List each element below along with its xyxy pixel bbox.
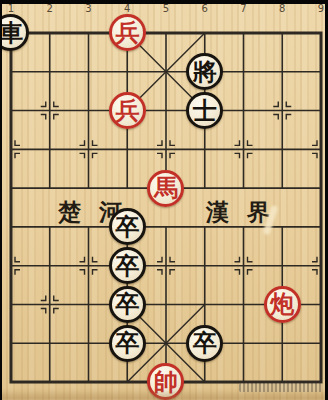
red-cannon-piece[interactable]: 炮 bbox=[264, 286, 301, 323]
watermark bbox=[239, 383, 323, 392]
black-soldier-piece[interactable]: 卒 bbox=[109, 325, 146, 362]
file-label-7: 7 bbox=[240, 3, 246, 14]
black-soldier-piece[interactable]: 卒 bbox=[186, 325, 223, 362]
black-soldier-piece[interactable]: 卒 bbox=[109, 286, 146, 323]
file-label-6: 6 bbox=[202, 3, 208, 14]
file-label-9: 9 bbox=[318, 3, 324, 14]
xiangqi-board: 123456789 楚 河 漢 界 車兵將兵士馬卒卒卒炮卒卒帥 bbox=[0, 0, 328, 400]
black-general-piece[interactable]: 將 bbox=[186, 53, 223, 90]
left-border-bar bbox=[0, 0, 2, 400]
black-advisor-piece[interactable]: 士 bbox=[186, 92, 223, 129]
red-soldier-piece[interactable]: 兵 bbox=[109, 14, 146, 51]
file-label-8: 8 bbox=[279, 3, 285, 14]
file-label-3: 3 bbox=[85, 3, 91, 14]
black-soldier-piece[interactable]: 卒 bbox=[109, 247, 146, 284]
red-soldier-piece[interactable]: 兵 bbox=[109, 92, 146, 129]
black-chariot-piece[interactable]: 車 bbox=[0, 14, 29, 51]
pieces-layer: 車兵將兵士馬卒卒卒炮卒卒帥 bbox=[0, 14, 328, 400]
file-label-4: 4 bbox=[124, 3, 130, 14]
file-label-2: 2 bbox=[47, 3, 53, 14]
file-label-1: 1 bbox=[8, 3, 14, 14]
file-label-5: 5 bbox=[163, 3, 169, 14]
black-soldier-piece[interactable]: 卒 bbox=[109, 208, 146, 245]
red-horse-piece[interactable]: 馬 bbox=[147, 170, 184, 207]
top-border-bar bbox=[0, 0, 328, 4]
